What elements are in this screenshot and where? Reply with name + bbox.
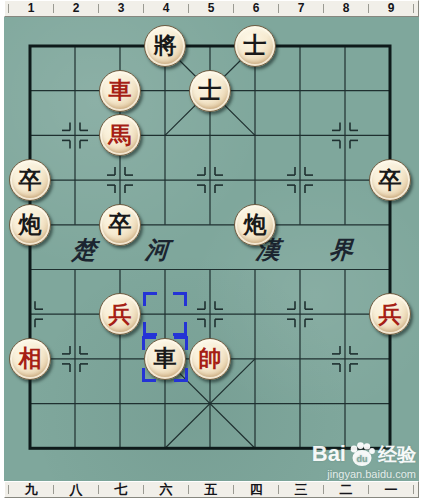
watermark-brand-prefix: Bai: [312, 443, 346, 465]
coordinate-tick: [8, 4, 9, 13]
coordinate-tick: [98, 4, 99, 13]
bottom-coordinate-strip: 九八七六五四三二一: [4, 481, 419, 498]
coordinate-tick: [98, 485, 99, 494]
coordinate-tick: [143, 4, 144, 13]
piece-black-chariot[interactable]: 車: [144, 338, 186, 380]
watermark-brand-suffix: 经验: [378, 445, 416, 464]
top-coordinate-strip: 123456789: [4, 0, 419, 17]
piece-black-soldier[interactable]: 卒: [369, 159, 411, 201]
piece-black-soldier[interactable]: 卒: [9, 159, 51, 201]
baidu-jingyan-watermark: Bai du 经验 jingyan.baidu.com: [312, 441, 416, 480]
file-label-8: 8: [333, 1, 359, 16]
file-label-5: 5: [198, 1, 224, 16]
file-label-六: 六: [153, 482, 179, 497]
coordinate-tick: [188, 4, 189, 13]
coordinate-tick: [368, 4, 369, 13]
coordinate-tick: [233, 485, 234, 494]
piece-red-soldier[interactable]: 兵: [369, 293, 411, 335]
piece-black-advisor[interactable]: 士: [234, 25, 276, 67]
coordinate-tick: [323, 485, 324, 494]
board-point-3-1: 車: [98, 68, 143, 113]
board-panel: 楚河 漢界 將士車士馬卒卒炮卒炮兵兵相車帥 Bai du 经验 jingyan.…: [4, 17, 419, 481]
file-label-三: 三: [288, 482, 314, 497]
board-point-4-0: 將: [143, 24, 188, 69]
file-label-九: 九: [18, 482, 44, 497]
board-point-1-3: 卒: [8, 158, 53, 203]
file-label-9: 9: [378, 1, 404, 16]
board-point-6-0: 士: [233, 24, 278, 69]
coordinate-tick: [413, 485, 414, 494]
coordinate-tick: [53, 4, 54, 13]
coordinate-tick: [413, 4, 414, 13]
file-label-七: 七: [108, 482, 134, 497]
board-point-1-4: 炮: [8, 202, 53, 247]
board-point-1-7: 相: [8, 336, 53, 381]
file-label-4: 4: [153, 1, 179, 16]
board-point-9-3: 卒: [368, 158, 413, 203]
coordinate-tick: [53, 485, 54, 494]
piece-red-horse[interactable]: 馬: [99, 114, 141, 156]
coordinate-tick: [143, 485, 144, 494]
watermark-url: jingyan.baidu.com: [312, 469, 416, 480]
baidu-paw-icon: du: [348, 441, 376, 467]
coordinate-tick: [278, 4, 279, 13]
board-point-3-6: 兵: [98, 292, 143, 337]
board-point-3-2: 馬: [98, 113, 143, 158]
piece-black-soldier[interactable]: 卒: [99, 204, 141, 246]
coordinate-tick: [233, 4, 234, 13]
board-point-3-4: 卒: [98, 202, 143, 247]
piece-red-soldier[interactable]: 兵: [99, 293, 141, 335]
file-label-2: 2: [63, 1, 89, 16]
piece-red-chariot[interactable]: 車: [99, 70, 141, 112]
svg-text:du: du: [357, 454, 368, 464]
xiangqi-board[interactable]: 將士車士馬卒卒炮卒炮兵兵相車帥: [8, 24, 413, 471]
piece-red-general[interactable]: 帥: [189, 338, 231, 380]
file-label-四: 四: [243, 482, 269, 497]
file-label-一: 一: [378, 482, 404, 497]
file-label-7: 7: [288, 1, 314, 16]
coordinate-tick: [368, 485, 369, 494]
board-point-4-7: 車: [143, 336, 188, 381]
board-point-9-6: 兵: [368, 292, 413, 337]
file-label-1: 1: [18, 1, 44, 16]
board-point-5-7: 帥: [188, 336, 233, 381]
file-label-八: 八: [63, 482, 89, 497]
coordinate-tick: [8, 485, 9, 494]
file-label-五: 五: [198, 482, 224, 497]
board-point-5-1: 士: [188, 68, 233, 113]
file-label-二: 二: [333, 482, 359, 497]
board-point-6-4: 炮: [233, 202, 278, 247]
coordinate-tick: [278, 485, 279, 494]
piece-black-cannon[interactable]: 炮: [9, 204, 51, 246]
piece-red-elephant[interactable]: 相: [9, 338, 51, 380]
coordinate-tick: [188, 485, 189, 494]
piece-black-cannon[interactable]: 炮: [234, 204, 276, 246]
piece-black-general[interactable]: 將: [144, 25, 186, 67]
file-label-3: 3: [108, 1, 134, 16]
file-label-6: 6: [243, 1, 269, 16]
coordinate-tick: [323, 4, 324, 13]
piece-black-advisor[interactable]: 士: [189, 70, 231, 112]
